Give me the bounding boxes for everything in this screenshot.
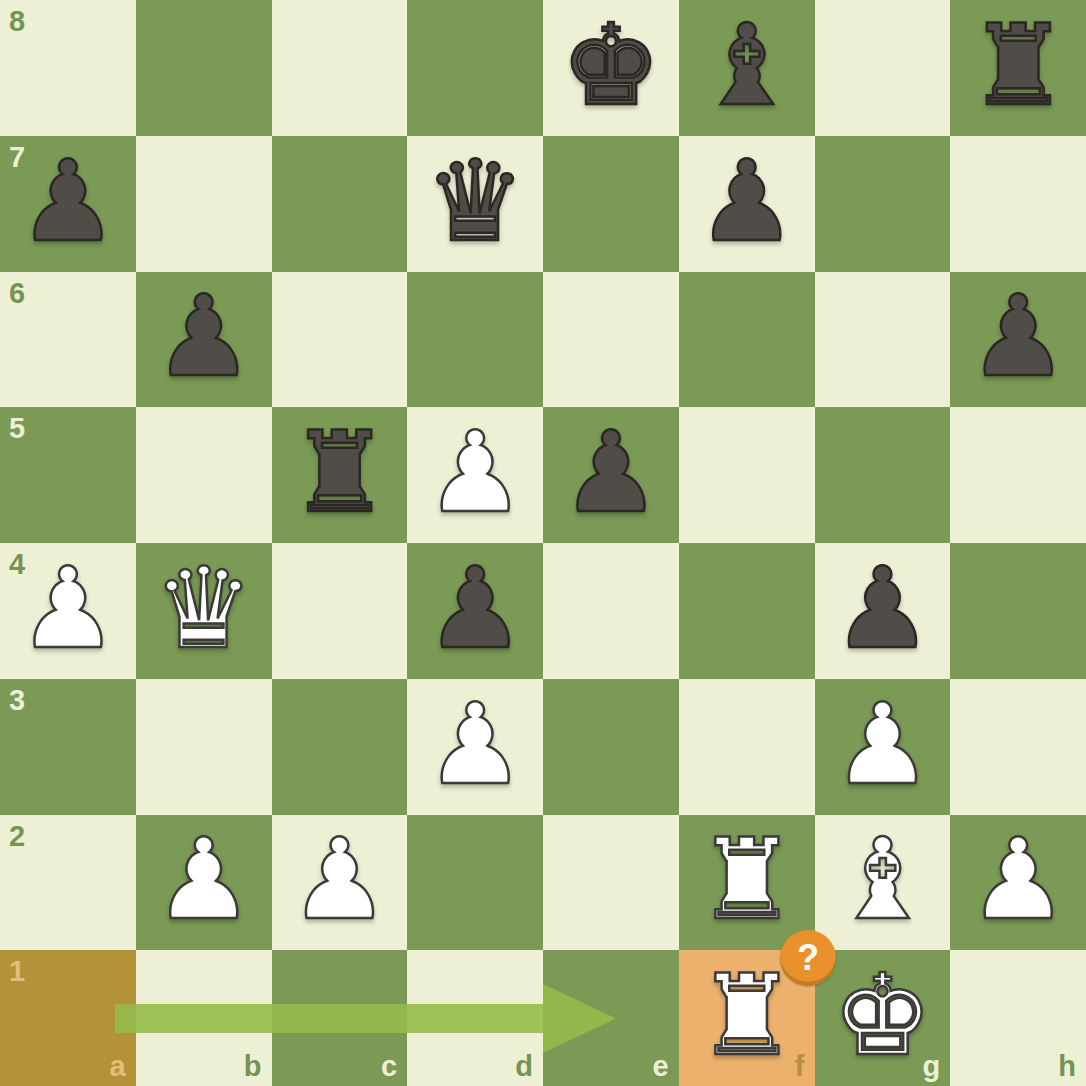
square-h1[interactable]: h xyxy=(950,950,1086,1086)
square-f7[interactable]: ♟ xyxy=(679,136,815,272)
square-d2[interactable] xyxy=(407,815,543,951)
square-a1[interactable]: 1a xyxy=(0,950,136,1086)
black-pawn-h6[interactable]: ♟ xyxy=(950,272,1086,408)
square-h4[interactable] xyxy=(950,543,1086,679)
square-b1[interactable]: b xyxy=(136,950,272,1086)
square-h2[interactable]: ♟ xyxy=(950,815,1086,951)
white-pawn-a4[interactable]: ♟ xyxy=(0,543,136,679)
square-d7[interactable]: ♛ xyxy=(407,136,543,272)
square-f3[interactable] xyxy=(679,679,815,815)
black-pawn-a7[interactable]: ♟ xyxy=(0,136,136,272)
square-d3[interactable]: ♟ xyxy=(407,679,543,815)
black-rook-h8[interactable]: ♜ xyxy=(950,0,1086,136)
rank-label-6: 6 xyxy=(9,279,25,308)
square-h8[interactable]: ♜ xyxy=(950,0,1086,136)
square-a5[interactable]: 5 xyxy=(0,407,136,543)
square-b2[interactable]: ♟ xyxy=(136,815,272,951)
rank-label-2: 2 xyxy=(9,822,25,851)
square-e3[interactable] xyxy=(543,679,679,815)
white-pawn-d5[interactable]: ♟ xyxy=(407,407,543,543)
white-bishop-g2[interactable]: ♝ xyxy=(815,815,951,951)
square-c5[interactable]: ♜ xyxy=(272,407,408,543)
file-label-a: a xyxy=(110,1052,126,1081)
square-g3[interactable]: ♟ xyxy=(815,679,951,815)
square-a8[interactable]: 8 xyxy=(0,0,136,136)
square-c7[interactable] xyxy=(272,136,408,272)
square-e1[interactable]: e xyxy=(543,950,679,1086)
square-c1[interactable]: c xyxy=(272,950,408,1086)
black-pawn-b6[interactable]: ♟ xyxy=(136,272,272,408)
file-label-e: e xyxy=(653,1052,669,1081)
white-king-g1[interactable]: ♚ xyxy=(815,950,951,1086)
square-g2[interactable]: ♝ xyxy=(815,815,951,951)
rank-label-3: 3 xyxy=(9,686,25,715)
square-h3[interactable] xyxy=(950,679,1086,815)
square-e7[interactable] xyxy=(543,136,679,272)
square-h7[interactable] xyxy=(950,136,1086,272)
white-pawn-c2[interactable]: ♟ xyxy=(272,815,408,951)
black-king-e8[interactable]: ♚ xyxy=(543,0,679,136)
rank-label-1: 1 xyxy=(9,957,25,986)
mistake-badge-symbol: ? xyxy=(797,937,819,979)
white-pawn-h2[interactable]: ♟ xyxy=(950,815,1086,951)
square-g8[interactable] xyxy=(815,0,951,136)
file-label-c: c xyxy=(381,1052,397,1081)
square-h6[interactable]: ♟ xyxy=(950,272,1086,408)
square-f5[interactable] xyxy=(679,407,815,543)
square-f4[interactable] xyxy=(679,543,815,679)
white-pawn-g3[interactable]: ♟ xyxy=(815,679,951,815)
square-d6[interactable] xyxy=(407,272,543,408)
black-pawn-e5[interactable]: ♟ xyxy=(543,407,679,543)
black-pawn-d4[interactable]: ♟ xyxy=(407,543,543,679)
black-pawn-f7[interactable]: ♟ xyxy=(679,136,815,272)
black-pawn-g4[interactable]: ♟ xyxy=(815,543,951,679)
square-f8[interactable]: ♝ xyxy=(679,0,815,136)
rank-label-8: 8 xyxy=(9,7,25,36)
square-c8[interactable] xyxy=(272,0,408,136)
square-c6[interactable] xyxy=(272,272,408,408)
square-b7[interactable] xyxy=(136,136,272,272)
square-g1[interactable]: g♚ xyxy=(815,950,951,1086)
square-b8[interactable] xyxy=(136,0,272,136)
square-f2[interactable]: ♜ xyxy=(679,815,815,951)
square-b4[interactable]: ♛ xyxy=(136,543,272,679)
square-a4[interactable]: 4♟ xyxy=(0,543,136,679)
square-h5[interactable] xyxy=(950,407,1086,543)
square-e5[interactable]: ♟ xyxy=(543,407,679,543)
file-label-h: h xyxy=(1058,1052,1076,1081)
black-queen-d7[interactable]: ♛ xyxy=(407,136,543,272)
mistake-badge: ? xyxy=(780,930,836,986)
square-d8[interactable] xyxy=(407,0,543,136)
square-c3[interactable] xyxy=(272,679,408,815)
square-g5[interactable] xyxy=(815,407,951,543)
square-e6[interactable] xyxy=(543,272,679,408)
square-a7[interactable]: 7♟ xyxy=(0,136,136,272)
square-c4[interactable] xyxy=(272,543,408,679)
square-e4[interactable] xyxy=(543,543,679,679)
white-pawn-d3[interactable]: ♟ xyxy=(407,679,543,815)
white-queen-b4[interactable]: ♛ xyxy=(136,543,272,679)
square-e2[interactable] xyxy=(543,815,679,951)
white-rook-f2[interactable]: ♜ xyxy=(679,815,815,951)
square-d1[interactable]: d xyxy=(407,950,543,1086)
square-d5[interactable]: ♟ xyxy=(407,407,543,543)
square-g6[interactable] xyxy=(815,272,951,408)
square-b3[interactable] xyxy=(136,679,272,815)
rank-label-5: 5 xyxy=(9,414,25,443)
square-g4[interactable]: ♟ xyxy=(815,543,951,679)
chess-board: 8♚♝♜7♟♛♟6♟♟5♜♟♟4♟♛♟♟3♟♟2♟♟♜♝♟1abcdef♜g♚h xyxy=(0,0,1086,1086)
file-label-d: d xyxy=(515,1052,533,1081)
square-b5[interactable] xyxy=(136,407,272,543)
file-label-b: b xyxy=(244,1052,262,1081)
square-a6[interactable]: 6 xyxy=(0,272,136,408)
black-bishop-f8[interactable]: ♝ xyxy=(679,0,815,136)
square-g7[interactable] xyxy=(815,136,951,272)
square-c2[interactable]: ♟ xyxy=(272,815,408,951)
square-f6[interactable] xyxy=(679,272,815,408)
square-a3[interactable]: 3 xyxy=(0,679,136,815)
chess-board-wrap: 8♚♝♜7♟♛♟6♟♟5♜♟♟4♟♛♟♟3♟♟2♟♟♜♝♟1abcdef♜g♚h… xyxy=(0,0,1086,1086)
white-pawn-b2[interactable]: ♟ xyxy=(136,815,272,951)
square-d4[interactable]: ♟ xyxy=(407,543,543,679)
square-e8[interactable]: ♚ xyxy=(543,0,679,136)
square-b6[interactable]: ♟ xyxy=(136,272,272,408)
black-rook-c5[interactable]: ♜ xyxy=(272,407,408,543)
square-a2[interactable]: 2 xyxy=(0,815,136,951)
